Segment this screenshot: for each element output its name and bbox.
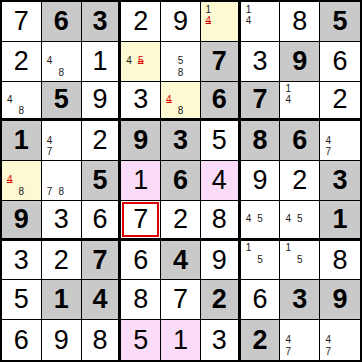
cell-r3c3[interactable]: 9 <box>82 82 122 122</box>
cell-r2c8[interactable]: 9 <box>280 42 320 82</box>
cell-r3c6[interactable]: 6 <box>201 82 241 122</box>
cell-r9c2[interactable]: 9 <box>42 320 82 360</box>
solved-digit: 6 <box>92 206 107 233</box>
given-digit: 2 <box>212 286 227 313</box>
solved-digit: 1 <box>173 327 188 354</box>
solved-digit: 2 <box>92 127 107 154</box>
cell-r8c9[interactable]: 9 <box>320 280 360 320</box>
candidate-7: 7 <box>322 346 334 358</box>
solved-digit: 8 <box>92 327 107 354</box>
cell-r4c4[interactable]: 9 <box>121 121 161 161</box>
given-digit: 9 <box>292 48 307 75</box>
given-digit: 9 <box>133 127 148 154</box>
cell-r3c4[interactable]: 3 <box>121 82 161 122</box>
candidate-4: 4 <box>4 94 16 105</box>
cell-r5c5[interactable]: 6 <box>161 161 201 201</box>
candidate-8: 8 <box>175 105 187 116</box>
cell-r1c8[interactable]: 8 <box>280 2 320 42</box>
cell-r9c3[interactable]: 8 <box>82 320 122 360</box>
cell-r4c2[interactable]: 47 <box>42 121 82 161</box>
candidate-grid: 48 <box>161 82 200 119</box>
candidate-8: 8 <box>55 186 67 198</box>
candidate-7: 7 <box>44 186 56 198</box>
cell-r2c1[interactable]: 2 <box>2 42 42 82</box>
cell-r1c3[interactable]: 3 <box>82 2 122 42</box>
solved-digit: 6 <box>133 247 148 274</box>
given-digit: 9 <box>14 206 29 233</box>
solved-digit: 8 <box>133 286 148 313</box>
candidate-grid: 47 <box>280 320 319 360</box>
cell-r2c2[interactable]: 48 <box>42 42 82 82</box>
candidate-8: 8 <box>16 186 28 198</box>
candidate-grid: 15 <box>241 241 280 280</box>
candidate-5: 5 <box>254 254 266 266</box>
cell-r9c7[interactable]: 2 <box>241 320 281 360</box>
solved-digit: 7 <box>133 206 148 233</box>
solved-digit: 2 <box>333 86 348 113</box>
candidate-5-struck: 5 <box>135 55 147 67</box>
given-digit: 6 <box>292 127 307 154</box>
given-digit: 1 <box>54 286 69 313</box>
cell-r8c4[interactable]: 8 <box>121 280 161 320</box>
solved-digit: 9 <box>173 8 188 35</box>
cell-r8c8[interactable]: 3 <box>280 280 320 320</box>
cell-r9c5[interactable]: 1 <box>161 320 201 360</box>
cell-r2c7[interactable]: 3 <box>241 42 281 82</box>
given-digit: 1 <box>333 206 348 233</box>
given-digit: 2 <box>253 327 268 354</box>
solved-digit: 9 <box>92 86 107 113</box>
given-digit: 1 <box>14 127 29 154</box>
candidate-grid: 45 <box>241 201 280 238</box>
cell-r1c7[interactable]: 14 <box>241 2 281 42</box>
candidate-4: 4 <box>44 135 56 147</box>
candidate-grid: 14 <box>201 2 238 41</box>
candidate-grid: 14 <box>241 2 280 41</box>
solved-digit: 5 <box>14 286 29 313</box>
cell-r4c7[interactable]: 8 <box>241 121 281 161</box>
candidate-grid: 47 <box>42 121 81 160</box>
solved-digit: 5 <box>133 327 148 354</box>
given-digit: 5 <box>333 8 348 35</box>
solved-digit: 6 <box>333 48 348 75</box>
given-digit: 9 <box>333 286 348 313</box>
cell-r6c7[interactable]: 45 <box>241 201 281 241</box>
candidate-1: 1 <box>282 243 294 255</box>
cell-r6c8[interactable]: 45 <box>280 201 320 241</box>
cell-r5c1[interactable]: 48 <box>2 161 42 201</box>
cell-r1c5[interactable]: 9 <box>161 2 201 42</box>
cell-r8c7[interactable]: 6 <box>241 280 281 320</box>
cell-r1c6[interactable]: 14 <box>201 2 241 42</box>
solved-digit: 1 <box>133 167 148 194</box>
given-digit: 3 <box>173 127 188 154</box>
given-digit: 7 <box>253 86 268 113</box>
candidate-1: 1 <box>243 243 255 255</box>
cell-r4c5[interactable]: 3 <box>161 121 201 161</box>
solved-digit: 6 <box>14 327 29 354</box>
candidate-1: 1 <box>203 4 214 16</box>
candidate-grid: 47 <box>320 320 360 360</box>
cell-r7c2[interactable]: 2 <box>42 241 82 281</box>
given-digit: 6 <box>212 86 227 113</box>
given-digit: 8 <box>253 127 268 154</box>
cell-r7c7[interactable]: 15 <box>241 241 281 281</box>
candidate-8: 8 <box>175 67 187 79</box>
cell-r1c2[interactable]: 6 <box>42 2 82 42</box>
given-digit: 7 <box>92 247 107 274</box>
candidate-4: 4 <box>123 55 135 67</box>
cell-r5c7[interactable]: 9 <box>241 161 281 201</box>
candidate-1: 1 <box>282 84 294 95</box>
solved-digit: 2 <box>173 206 188 233</box>
candidate-grid: 48 <box>2 82 41 119</box>
given-digit: 3 <box>333 167 348 194</box>
given-digit: 7 <box>212 48 227 75</box>
cell-r6c5[interactable]: 2 <box>161 201 201 241</box>
solved-digit: 2 <box>14 48 29 75</box>
cell-r3c8[interactable]: 14 <box>280 82 320 122</box>
candidate-4-struck: 4 <box>163 94 175 105</box>
cell-r4c9[interactable]: 47 <box>320 121 360 161</box>
cell-r4c8[interactable]: 6 <box>280 121 320 161</box>
cell-r3c1[interactable]: 48 <box>2 82 42 122</box>
cell-r8c1[interactable]: 5 <box>2 280 42 320</box>
candidate-4: 4 <box>282 214 294 225</box>
given-digit: 3 <box>292 286 307 313</box>
cell-r7c1[interactable]: 3 <box>2 241 42 281</box>
solved-digit: 2 <box>292 167 307 194</box>
candidate-4: 4 <box>322 334 334 346</box>
candidate-7: 7 <box>282 346 294 358</box>
candidate-grid: 14 <box>280 82 319 119</box>
solved-digit: 4 <box>212 167 227 194</box>
cell-r1c4[interactable]: 2 <box>121 2 161 42</box>
given-digit: 5 <box>92 167 107 194</box>
candidate-4: 4 <box>243 214 255 225</box>
cell-r5c8[interactable]: 2 <box>280 161 320 201</box>
cell-r7c6[interactable]: 9 <box>201 241 241 281</box>
candidate-grid: 47 <box>320 121 360 160</box>
candidate-4: 4 <box>44 55 56 67</box>
given-digit: 4 <box>173 247 188 274</box>
cell-r6c6[interactable]: 8 <box>201 201 241 241</box>
candidate-8: 8 <box>55 67 67 79</box>
cell-r4c3[interactable]: 2 <box>82 121 122 161</box>
cell-r9c8[interactable]: 47 <box>280 320 320 360</box>
cell-r3c7[interactable]: 7 <box>241 82 281 122</box>
cell-r2c9[interactable]: 6 <box>320 42 360 82</box>
sudoku-board: 7632914148524814558739648593486714214729… <box>0 0 362 362</box>
cell-r8c5[interactable]: 7 <box>161 280 201 320</box>
solved-digit: 8 <box>292 8 307 35</box>
candidate-8: 8 <box>16 105 28 116</box>
candidate-4-struck: 4 <box>203 16 214 28</box>
candidate-grid: 48 <box>42 42 81 81</box>
cell-r5c4[interactable]: 1 <box>121 161 161 201</box>
candidate-5: 5 <box>254 214 266 225</box>
candidate-grid: 15 <box>280 241 319 280</box>
candidate-grid: 45 <box>121 42 160 81</box>
cell-r5c9[interactable]: 3 <box>320 161 360 201</box>
solved-digit: 3 <box>14 247 29 274</box>
solved-digit: 3 <box>133 86 148 113</box>
cell-r6c1[interactable]: 9 <box>2 201 42 241</box>
solved-digit: 9 <box>54 327 69 354</box>
cell-r5c2[interactable]: 78 <box>42 161 82 201</box>
given-digit: 3 <box>92 8 107 35</box>
solved-digit: 1 <box>92 48 107 75</box>
cell-r6c2[interactable]: 3 <box>42 201 82 241</box>
given-digit: 6 <box>173 167 188 194</box>
candidate-7: 7 <box>44 147 56 159</box>
cell-r9c4[interactable]: 5 <box>121 320 161 360</box>
candidate-5: 5 <box>175 55 187 67</box>
given-digit: 5 <box>54 86 69 113</box>
solved-digit: 3 <box>212 327 227 354</box>
cell-r9c1[interactable]: 6 <box>2 320 42 360</box>
candidate-1: 1 <box>243 4 255 16</box>
cell-r4c6[interactable]: 5 <box>201 121 241 161</box>
cell-r2c6[interactable]: 7 <box>201 42 241 82</box>
solved-digit: 3 <box>54 206 69 233</box>
cell-r7c5[interactable]: 4 <box>161 241 201 281</box>
cell-r7c3[interactable]: 7 <box>82 241 122 281</box>
cell-r4c1[interactable]: 1 <box>2 121 42 161</box>
solved-digit: 5 <box>212 127 227 154</box>
candidate-grid: 78 <box>42 161 81 200</box>
cell-r9c9[interactable]: 47 <box>320 320 360 360</box>
cell-r9c6[interactable]: 3 <box>201 320 241 360</box>
candidate-4-struck: 4 <box>4 175 16 187</box>
cell-r3c9[interactable]: 2 <box>320 82 360 122</box>
solved-digit: 9 <box>212 247 227 274</box>
solved-digit: 7 <box>173 286 188 313</box>
candidate-4: 4 <box>282 94 294 105</box>
cell-r3c2[interactable]: 5 <box>42 82 82 122</box>
cell-r8c2[interactable]: 1 <box>42 280 82 320</box>
given-digit: 4 <box>92 286 107 313</box>
cell-r6c9[interactable]: 1 <box>320 201 360 241</box>
given-digit: 6 <box>54 8 69 35</box>
cell-r1c1[interactable]: 7 <box>2 2 42 42</box>
solved-digit: 6 <box>253 286 268 313</box>
cell-r5c3[interactable]: 5 <box>82 161 122 201</box>
candidate-7: 7 <box>322 147 334 159</box>
candidate-grid: 45 <box>280 201 319 238</box>
cell-r1c9[interactable]: 5 <box>320 2 360 42</box>
solved-digit: 2 <box>133 8 148 35</box>
solved-digit: 3 <box>253 48 268 75</box>
candidate-grid: 48 <box>2 161 41 200</box>
candidate-grid: 58 <box>161 42 200 81</box>
cell-r8c3[interactable]: 4 <box>82 280 122 320</box>
cell-r2c3[interactable]: 1 <box>82 42 122 82</box>
solved-digit: 8 <box>212 206 227 233</box>
cell-r7c4[interactable]: 6 <box>121 241 161 281</box>
cell-r7c9[interactable]: 8 <box>320 241 360 281</box>
solved-digit: 2 <box>54 247 69 274</box>
candidate-4: 4 <box>243 16 255 28</box>
cell-r3c5[interactable]: 48 <box>161 82 201 122</box>
cell-r8c6[interactable]: 2 <box>201 280 241 320</box>
candidate-5: 5 <box>294 254 306 266</box>
candidate-4: 4 <box>282 334 294 346</box>
candidate-4: 4 <box>322 135 334 147</box>
cell-r7c8[interactable]: 15 <box>280 241 320 281</box>
solved-digit: 8 <box>333 247 348 274</box>
cell-r6c4[interactable]: 7 <box>121 201 161 241</box>
cell-r2c5[interactable]: 58 <box>161 42 201 82</box>
cell-r6c3[interactable]: 6 <box>82 201 122 241</box>
cell-r5c6[interactable]: 4 <box>201 161 241 201</box>
solved-digit: 7 <box>14 8 29 35</box>
candidate-5: 5 <box>294 214 306 225</box>
cell-r2c4[interactable]: 45 <box>121 42 161 82</box>
solved-digit: 9 <box>253 167 268 194</box>
